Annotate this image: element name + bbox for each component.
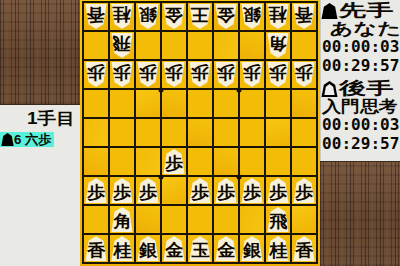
square-3g[interactable]: 歩 (240, 177, 264, 204)
move-list-entry-selected[interactable]: 6 六歩 (0, 132, 54, 147)
shogi-board: 香桂銀金王金銀桂香飛角歩歩歩歩歩歩歩歩歩歩歩歩歩歩歩歩歩歩角飛香桂銀金玉金銀桂香 (80, 0, 320, 266)
sente-header: 先手 (321, 2, 400, 20)
square-5b[interactable] (188, 32, 212, 59)
gote-player-name: 入門思考 (321, 98, 400, 116)
square-7g[interactable]: 歩 (136, 177, 160, 204)
piece-kanji: 歩 (139, 184, 157, 201)
sente-piece-7g[interactable]: 歩 (137, 178, 159, 203)
piece-kanji: 歩 (191, 184, 209, 201)
square-4a[interactable]: 金 (214, 3, 238, 30)
piece-kanji: 歩 (217, 64, 235, 81)
sente-label: 先手 (339, 2, 393, 20)
piece-kanji: 歩 (165, 64, 183, 81)
square-3e[interactable] (240, 119, 264, 146)
square-6c[interactable]: 歩 (162, 61, 186, 88)
piece-kanji: 玉 (191, 242, 209, 259)
piece-kanji: 香 (295, 242, 313, 259)
square-8c[interactable]: 歩 (110, 61, 134, 88)
sente-piece-3i[interactable]: 銀 (241, 236, 263, 261)
square-8f[interactable] (110, 148, 134, 175)
square-9f[interactable] (84, 148, 108, 175)
gote-label: 後手 (339, 80, 393, 98)
square-4i[interactable]: 金 (214, 235, 238, 262)
piece-kanji: 歩 (295, 64, 313, 81)
gote-piece-1a[interactable]: 香 (293, 4, 315, 29)
piece-kanji: 歩 (243, 184, 261, 201)
gote-piece-3a[interactable]: 銀 (241, 4, 263, 29)
sente-piece-icon (1, 133, 14, 146)
piece-kanji: 歩 (269, 184, 287, 201)
shogi-game-screen: 1手目 6 六歩 香桂銀金王金銀桂香飛角歩歩歩歩歩歩歩歩歩歩歩歩歩歩歩歩歩歩角飛… (0, 0, 400, 266)
piece-kanji: 歩 (295, 184, 313, 201)
square-4h[interactable] (214, 206, 238, 233)
piece-kanji: 香 (295, 6, 313, 23)
square-7c[interactable]: 歩 (136, 61, 160, 88)
square-5h[interactable] (188, 206, 212, 233)
square-2f[interactable] (266, 148, 290, 175)
square-1h[interactable] (292, 206, 316, 233)
square-9a[interactable]: 香 (84, 3, 108, 30)
piece-kanji: 銀 (243, 242, 261, 259)
piece-kanji: 歩 (269, 64, 287, 81)
square-5c[interactable]: 歩 (188, 61, 212, 88)
square-4g[interactable]: 歩 (214, 177, 238, 204)
sente-piece-8i[interactable]: 桂 (111, 236, 133, 261)
square-1e[interactable] (292, 119, 316, 146)
piece-kanji: 歩 (139, 64, 157, 81)
square-8h[interactable]: 角 (110, 206, 134, 233)
players-panel: 先手 あなた 00:00:03 00:29:57 後手 入門思考 00:00:0… (320, 0, 400, 266)
square-2i[interactable]: 桂 (266, 235, 290, 262)
square-6g[interactable] (162, 177, 186, 204)
sente-piece-8h[interactable]: 角 (111, 207, 133, 232)
square-1b[interactable] (292, 32, 316, 59)
sente-piece-1g[interactable]: 歩 (293, 178, 315, 203)
sente-piece-2i[interactable]: 桂 (267, 236, 289, 261)
piece-kanji: 金 (217, 242, 235, 259)
gote-piece-8b[interactable]: 飛 (111, 33, 133, 58)
sente-piece-7i[interactable]: 銀 (137, 236, 159, 261)
wood-panel-right (320, 161, 400, 266)
sente-piece-2h[interactable]: 飛 (267, 207, 289, 232)
player-clocks-area: 先手 あなた 00:00:03 00:29:57 後手 入門思考 00:00:0… (320, 0, 400, 161)
piece-kanji: 香 (87, 242, 105, 259)
square-6i[interactable]: 金 (162, 235, 186, 262)
piece-kanji: 歩 (87, 64, 105, 81)
square-9h[interactable] (84, 206, 108, 233)
gote-piece-1c[interactable]: 歩 (293, 62, 315, 87)
sente-piece-9g[interactable]: 歩 (85, 178, 107, 203)
gote-piece-2c[interactable]: 歩 (267, 62, 289, 87)
gote-piece-icon (321, 81, 338, 97)
square-7b[interactable] (136, 32, 160, 59)
square-7a[interactable]: 銀 (136, 3, 160, 30)
square-8a[interactable]: 桂 (110, 3, 134, 30)
piece-kanji: 銀 (139, 242, 157, 259)
gote-piece-2a[interactable]: 桂 (267, 4, 289, 29)
piece-kanji: 桂 (113, 242, 131, 259)
piece-kanji: 銀 (139, 6, 157, 23)
gote-piece-7c[interactable]: 歩 (137, 62, 159, 87)
square-7i[interactable]: 銀 (136, 235, 160, 262)
square-7h[interactable] (136, 206, 160, 233)
board-grid: 香桂銀金王金銀桂香飛角歩歩歩歩歩歩歩歩歩歩歩歩歩歩歩歩歩歩角飛香桂銀金玉金銀桂香 (82, 1, 318, 264)
square-9e[interactable] (84, 119, 108, 146)
piece-kanji: 角 (269, 35, 287, 52)
gote-piece-8a[interactable]: 桂 (111, 4, 133, 29)
sente-piece-9i[interactable]: 香 (85, 236, 107, 261)
gote-piece-5c[interactable]: 歩 (189, 62, 211, 87)
square-6e[interactable] (162, 119, 186, 146)
square-4b[interactable] (214, 32, 238, 59)
piece-kanji: 角 (113, 213, 131, 230)
square-3f[interactable] (240, 148, 264, 175)
square-3a[interactable]: 銀 (240, 3, 264, 30)
square-6d[interactable] (162, 90, 186, 117)
square-3i[interactable]: 銀 (240, 235, 264, 262)
square-2b[interactable]: 角 (266, 32, 290, 59)
piece-kanji: 金 (165, 6, 183, 23)
gote-elapsed-clock: 00:00:03 (321, 116, 400, 135)
gote-piece-4c[interactable]: 歩 (215, 62, 237, 87)
piece-kanji: 歩 (217, 184, 235, 201)
piece-kanji: 桂 (113, 6, 131, 23)
piece-kanji: 桂 (269, 6, 287, 23)
move-list-panel: 1手目 6 六歩 (0, 0, 80, 266)
sente-piece-8g[interactable]: 歩 (111, 178, 133, 203)
sente-piece-1i[interactable]: 香 (293, 236, 315, 261)
sente-player-name: あなた (321, 20, 400, 38)
square-8e[interactable] (110, 119, 134, 146)
sente-elapsed-clock: 00:00:03 (321, 38, 400, 57)
square-9c[interactable]: 歩 (84, 61, 108, 88)
gote-piece-2b[interactable]: 角 (267, 33, 289, 58)
wood-panel-left (0, 0, 80, 105)
square-6h[interactable] (162, 206, 186, 233)
hoshi-dot (237, 88, 242, 93)
square-2c[interactable]: 歩 (266, 61, 290, 88)
piece-kanji: 金 (217, 6, 235, 23)
square-2a[interactable]: 桂 (266, 3, 290, 30)
square-5d[interactable] (188, 90, 212, 117)
square-3d[interactable] (240, 90, 264, 117)
square-1f[interactable] (292, 148, 316, 175)
piece-kanji: 金 (165, 242, 183, 259)
gote-piece-6c[interactable]: 歩 (163, 62, 185, 87)
gote-piece-8c[interactable]: 歩 (111, 62, 133, 87)
sente-remaining-clock: 00:29:57 (321, 57, 400, 76)
square-4f[interactable] (214, 148, 238, 175)
gote-piece-7a[interactable]: 銀 (137, 4, 159, 29)
piece-kanji: 飛 (113, 35, 131, 52)
gote-piece-6a[interactable]: 金 (163, 4, 185, 29)
sente-piece-4g[interactable]: 歩 (215, 178, 237, 203)
square-2h[interactable]: 飛 (266, 206, 290, 233)
sente-piece-3g[interactable]: 歩 (241, 178, 263, 203)
square-8b[interactable]: 飛 (110, 32, 134, 59)
square-3b[interactable] (240, 32, 264, 59)
square-7d[interactable] (136, 90, 160, 117)
piece-kanji: 歩 (165, 155, 183, 172)
square-9g[interactable]: 歩 (84, 177, 108, 204)
gote-remaining-clock: 00:29:57 (321, 135, 400, 154)
square-1d[interactable] (292, 90, 316, 117)
gote-piece-4a[interactable]: 金 (215, 4, 237, 29)
gote-piece-9a[interactable]: 香 (85, 4, 107, 29)
square-6b[interactable] (162, 32, 186, 59)
piece-kanji: 桂 (269, 242, 287, 259)
last-move-label: 6 六歩 (14, 133, 52, 147)
piece-kanji: 王 (191, 6, 209, 23)
square-8g[interactable]: 歩 (110, 177, 134, 204)
gote-piece-3c[interactable]: 歩 (241, 62, 263, 87)
sente-piece-icon (321, 3, 338, 19)
square-9d[interactable] (84, 90, 108, 117)
hoshi-dot (159, 88, 164, 93)
piece-kanji: 歩 (113, 64, 131, 81)
hoshi-dot (159, 175, 164, 180)
square-5e[interactable] (188, 119, 212, 146)
square-1c[interactable]: 歩 (292, 61, 316, 88)
square-5f[interactable] (188, 148, 212, 175)
square-5a[interactable]: 王 (188, 3, 212, 30)
square-6f[interactable]: 歩 (162, 148, 186, 175)
hoshi-dot (237, 175, 242, 180)
sente-piece-4i[interactable]: 金 (215, 236, 237, 261)
square-1i[interactable]: 香 (292, 235, 316, 262)
square-9i[interactable]: 香 (84, 235, 108, 262)
sente-piece-5i[interactable]: 玉 (189, 236, 211, 261)
square-9b[interactable] (84, 32, 108, 59)
square-2d[interactable] (266, 90, 290, 117)
square-4d[interactable] (214, 90, 238, 117)
piece-kanji: 銀 (243, 6, 261, 23)
square-1g[interactable]: 歩 (292, 177, 316, 204)
square-5i[interactable]: 玉 (188, 235, 212, 262)
piece-kanji: 歩 (113, 184, 131, 201)
gote-header: 後手 (321, 80, 400, 98)
square-3c[interactable]: 歩 (240, 61, 264, 88)
square-5g[interactable]: 歩 (188, 177, 212, 204)
piece-kanji: 歩 (87, 184, 105, 201)
square-2e[interactable] (266, 119, 290, 146)
sente-piece-6f[interactable]: 歩 (163, 149, 185, 174)
piece-kanji: 歩 (191, 64, 209, 81)
move-list-area: 1手目 6 六歩 (0, 105, 80, 266)
square-7e[interactable] (136, 119, 160, 146)
square-2g[interactable]: 歩 (266, 177, 290, 204)
piece-kanji: 香 (87, 6, 105, 23)
square-8d[interactable] (110, 90, 134, 117)
gote-piece-9c[interactable]: 歩 (85, 62, 107, 87)
square-6a[interactable]: 金 (162, 3, 186, 30)
piece-kanji: 飛 (269, 213, 287, 230)
square-7f[interactable] (136, 148, 160, 175)
sente-piece-2g[interactable]: 歩 (267, 178, 289, 203)
square-8i[interactable]: 桂 (110, 235, 134, 262)
square-4c[interactable]: 歩 (214, 61, 238, 88)
move-counter-label: 1手目 (0, 108, 80, 129)
sente-piece-6i[interactable]: 金 (163, 236, 185, 261)
square-1a[interactable]: 香 (292, 3, 316, 30)
square-4e[interactable] (214, 119, 238, 146)
gote-piece-5a[interactable]: 王 (189, 4, 211, 29)
square-3h[interactable] (240, 206, 264, 233)
piece-kanji: 歩 (243, 64, 261, 81)
sente-piece-5g[interactable]: 歩 (189, 178, 211, 203)
